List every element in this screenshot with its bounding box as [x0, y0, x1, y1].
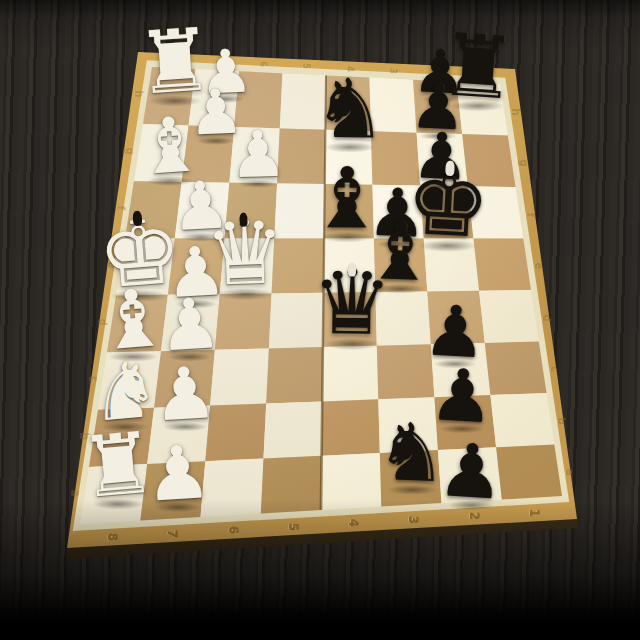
- file-label-right-b: b: [556, 417, 566, 424]
- rank-label-bottom-8: 8: [106, 533, 118, 541]
- file-label-right-f: f: [525, 213, 535, 217]
- contrast-tip-icon: [348, 262, 356, 276]
- contrast-tip-icon: [240, 212, 249, 227]
- file-label-left-a: a: [70, 490, 80, 497]
- pawn-icon: ♟: [143, 434, 214, 512]
- file-label-left-g: g: [124, 147, 134, 154]
- contrast-tip-icon: [445, 160, 454, 175]
- file-label-right-e: e: [533, 263, 543, 270]
- contrast-tip-icon: [132, 210, 142, 226]
- queen-icon: ♛: [311, 257, 393, 348]
- pawn-icon: ♟: [228, 122, 287, 188]
- file-label-right-c: c: [549, 366, 559, 372]
- black-pawn-h7[interactable]: ♟: [471, 505, 537, 579]
- pawn-icon: ♟: [435, 432, 506, 510]
- rank-label-top-5: 5: [301, 64, 309, 70]
- chess-photo: 8765432187654321hhggffeeddccbbaa♟♟♜♜♟♟♞♝…: [0, 0, 640, 640]
- rank-label-top-3: 3: [388, 68, 396, 74]
- file-label-right-a: a: [564, 469, 574, 476]
- rank-label-bottom-4: 4: [347, 519, 359, 527]
- pawn-icon: ♟: [151, 356, 220, 432]
- file-label-right-d: d: [541, 314, 551, 321]
- rank-label-bottom-5: 5: [287, 523, 299, 531]
- knight-icon: ♞: [313, 68, 388, 151]
- white-pawn-h2[interactable]: ♟: [178, 507, 244, 581]
- rank-label-top-6: 6: [258, 62, 266, 68]
